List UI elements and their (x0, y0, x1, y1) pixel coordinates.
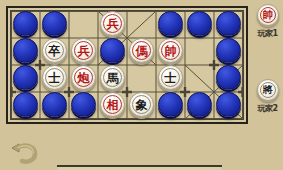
piece-char: 士 (49, 71, 61, 83)
cell-r3c8[interactable] (214, 65, 243, 92)
cell-r1c2[interactable] (40, 11, 69, 38)
hidden-piece-r2c4[interactable] (100, 38, 125, 63)
cell-r3c1[interactable] (11, 65, 40, 92)
cell-r4c6[interactable] (156, 92, 185, 119)
cell-r2c7[interactable] (185, 38, 214, 65)
black-piece-象-r4c5[interactable]: 象 (129, 92, 154, 117)
hidden-piece-r3c8[interactable] (216, 65, 241, 90)
cell-r4c7[interactable] (185, 92, 214, 119)
black-piece-士-r3c2[interactable]: 士 (42, 65, 67, 90)
sidebar: 帥 玩家1 將 玩家2 (252, 0, 283, 170)
piece-char: 卒 (49, 44, 61, 56)
cell-r4c8[interactable] (214, 92, 243, 119)
cell-r3c6[interactable]: 士 (156, 65, 185, 92)
cell-r4c4[interactable]: 相 (98, 92, 127, 119)
black-piece-士-r3c6[interactable]: 士 (158, 65, 183, 90)
cell-r3c3[interactable]: 炮 (69, 65, 98, 92)
player2-indicator: 將 玩家2 (252, 79, 283, 114)
hidden-piece-r2c1[interactable] (13, 38, 38, 63)
player2-label: 玩家2 (252, 103, 283, 114)
cell-r4c1[interactable] (11, 92, 40, 119)
cell-r4c2[interactable] (40, 92, 69, 119)
player1-label: 玩家1 (252, 28, 283, 39)
black-piece-卒-r2c2[interactable]: 卒 (42, 38, 67, 63)
hidden-piece-r4c7[interactable] (187, 92, 212, 117)
piece-char: 士 (165, 71, 177, 83)
piece-char: 兵 (107, 17, 119, 29)
hidden-piece-r4c2[interactable] (42, 92, 67, 117)
cell-r2c8[interactable] (214, 38, 243, 65)
board-grid: 兵卒兵傌帥士炮馬士相象 (11, 11, 243, 119)
red-piece-炮-r3c3[interactable]: 炮 (71, 65, 96, 90)
piece-char: 帥 (165, 44, 177, 56)
black-piece-馬-r3c4[interactable]: 馬 (100, 65, 125, 90)
cell-r2c4[interactable] (98, 38, 127, 65)
hidden-piece-r1c2[interactable] (42, 11, 67, 36)
cell-r3c5[interactable] (127, 65, 156, 92)
black-general-icon: 將 (257, 79, 279, 101)
hidden-piece-r4c6[interactable] (158, 92, 183, 117)
cell-r3c7[interactable] (185, 65, 214, 92)
red-piece-兵-r1c4[interactable]: 兵 (100, 11, 125, 36)
cell-r2c3[interactable]: 兵 (69, 38, 98, 65)
piece-char: 兵 (78, 44, 90, 56)
cell-r1c7[interactable] (185, 11, 214, 38)
piece-char: 相 (107, 98, 119, 110)
banqi-board: 兵卒兵傌帥士炮馬士相象 (6, 6, 248, 124)
hidden-piece-r2c8[interactable] (216, 38, 241, 63)
piece-char: 傌 (136, 44, 148, 56)
cell-r1c6[interactable] (156, 11, 185, 38)
board-inner: 兵卒兵傌帥士炮馬士相象 (10, 10, 244, 120)
cell-r1c5[interactable] (127, 11, 156, 38)
cell-r4c5[interactable]: 象 (127, 92, 156, 119)
red-piece-帥-r2c6[interactable]: 帥 (158, 38, 183, 63)
hidden-piece-r1c1[interactable] (13, 11, 38, 36)
hidden-piece-r1c6[interactable] (158, 11, 183, 36)
cell-r1c4[interactable]: 兵 (98, 11, 127, 38)
cell-r3c2[interactable]: 士 (40, 65, 69, 92)
piece-char: 馬 (107, 71, 119, 83)
hidden-piece-r4c8[interactable] (216, 92, 241, 117)
cell-r2c5[interactable]: 傌 (127, 38, 156, 65)
piece-char: 炮 (78, 71, 90, 83)
piece-char: 象 (136, 98, 148, 110)
hidden-piece-r4c3[interactable] (71, 92, 96, 117)
hidden-piece-r3c1[interactable] (13, 65, 38, 90)
black-general-char: 將 (263, 85, 273, 95)
hidden-piece-r1c7[interactable] (187, 11, 212, 36)
undo-button[interactable] (9, 140, 41, 166)
cell-r1c1[interactable] (11, 11, 40, 38)
cell-r1c8[interactable] (214, 11, 243, 38)
player1-indicator: 帥 玩家1 (252, 4, 283, 39)
hidden-piece-r4c1[interactable] (13, 92, 38, 117)
cell-r2c6[interactable]: 帥 (156, 38, 185, 65)
cell-r4c3[interactable] (69, 92, 98, 119)
red-piece-傌-r2c5[interactable]: 傌 (129, 38, 154, 63)
red-piece-兵-r2c3[interactable]: 兵 (71, 38, 96, 63)
red-general-char: 帥 (263, 10, 273, 20)
cell-r2c2[interactable]: 卒 (40, 38, 69, 65)
cell-r1c3[interactable] (69, 11, 98, 38)
red-general-icon: 帥 (257, 4, 279, 26)
hidden-piece-r1c8[interactable] (216, 11, 241, 36)
cell-r3c4[interactable]: 馬 (98, 65, 127, 92)
bottom-panel-strip (58, 167, 221, 170)
red-piece-相-r4c4[interactable]: 相 (100, 92, 125, 117)
cell-r2c1[interactable] (11, 38, 40, 65)
